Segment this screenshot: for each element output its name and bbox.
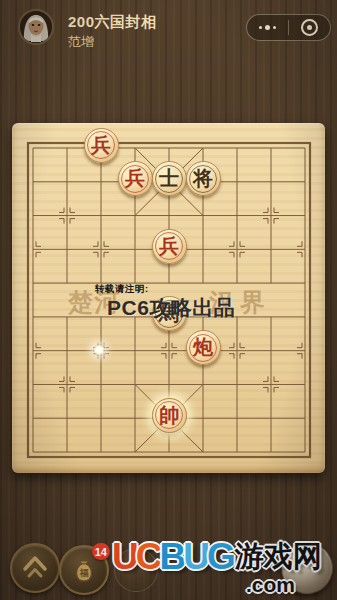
watermark-letter: G bbox=[207, 536, 233, 578]
watermark-letter: U bbox=[183, 536, 207, 578]
piece-red-soldier[interactable]: 兵 bbox=[84, 128, 119, 163]
avatar bbox=[18, 9, 54, 45]
piece-red-general[interactable]: 帥 bbox=[152, 398, 187, 433]
collapse-button[interactable] bbox=[10, 543, 60, 593]
avatar-portrait bbox=[20, 11, 52, 43]
more-menu-button[interactable] bbox=[247, 15, 288, 40]
piece-red-soldier[interactable]: 兵 bbox=[152, 229, 187, 264]
watermark-letter: B bbox=[159, 536, 183, 578]
piece-black-general[interactable]: 将 bbox=[186, 161, 221, 196]
xiangqi-board[interactable]: 楚河 汉界 兵兵士将兵馬炮帥 转载请注明: PC6攻略出品 bbox=[12, 123, 325, 473]
money-bag-badge: 14 bbox=[92, 543, 110, 560]
money-bag-button[interactable]: 福 14 bbox=[59, 545, 109, 595]
piece-red-cannon[interactable]: 炮 bbox=[186, 330, 221, 365]
level-title: 200六国封相 bbox=[68, 13, 157, 32]
close-minimize-button[interactable] bbox=[289, 15, 330, 40]
svg-text:福: 福 bbox=[79, 568, 89, 578]
sphere-button[interactable] bbox=[281, 542, 333, 594]
more-menu-icon bbox=[259, 25, 276, 30]
obscured-button[interactable] bbox=[114, 548, 158, 592]
piece-black-advisor[interactable]: 士 bbox=[152, 161, 187, 196]
watermark-brand: PC6攻略出品 bbox=[107, 294, 235, 322]
character-name: 范增 bbox=[68, 33, 94, 51]
miniprogram-capsule bbox=[246, 14, 331, 41]
piece-red-soldier[interactable]: 兵 bbox=[118, 161, 153, 196]
obscured-count: 4 bbox=[242, 558, 250, 575]
chevron-up-icon bbox=[19, 553, 51, 583]
circle-dot-icon bbox=[301, 19, 318, 36]
